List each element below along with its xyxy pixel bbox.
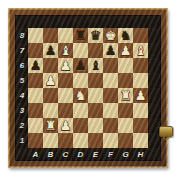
coord-band-cell xyxy=(103,16,118,28)
square-f8[interactable]: ♚ xyxy=(103,28,118,43)
square-g3[interactable] xyxy=(118,103,133,118)
square-g5[interactable] xyxy=(118,73,133,88)
coord-band-cell xyxy=(148,73,160,88)
rank-label-6: 6 xyxy=(16,58,28,73)
coord-band-cell xyxy=(148,88,160,103)
coord-band-cell xyxy=(148,103,160,118)
piece-white-knight[interactable]: ♞ xyxy=(75,88,87,103)
piece-white-pawn[interactable]: ♟ xyxy=(45,73,57,88)
square-a1[interactable] xyxy=(28,133,43,148)
square-e6[interactable]: ♝ xyxy=(88,58,103,73)
square-f7[interactable]: ♟ xyxy=(103,43,118,58)
square-b1[interactable] xyxy=(43,133,58,148)
piece-white-rook[interactable]: ♜ xyxy=(45,118,57,133)
piece-white-pawn[interactable]: ♟ xyxy=(120,43,132,58)
square-c7[interactable]: ♝ xyxy=(58,43,73,58)
piece-black-queen[interactable]: ♛ xyxy=(90,28,102,43)
square-h3[interactable] xyxy=(133,103,148,118)
square-b3[interactable] xyxy=(43,103,58,118)
piece-white-pawn[interactable]: ♟ xyxy=(60,58,72,73)
square-f2[interactable] xyxy=(103,118,118,133)
wooden-frame: 8♜♛♚♞7♟♝♟♟♝6♟♟♟♝5♟4♞♜♟32♜♟1ABCDEFGH xyxy=(8,8,168,168)
square-d5[interactable] xyxy=(73,73,88,88)
square-d8[interactable]: ♜ xyxy=(73,28,88,43)
file-label-a: A xyxy=(28,148,43,160)
rank-label-8: 8 xyxy=(16,28,28,43)
coord-band-cell xyxy=(28,16,43,28)
square-a3[interactable] xyxy=(28,103,43,118)
coord-band-cell xyxy=(148,148,160,160)
square-a5[interactable] xyxy=(28,73,43,88)
square-a8[interactable] xyxy=(28,28,43,43)
file-label-f: F xyxy=(103,148,118,160)
piece-white-bishop[interactable]: ♝ xyxy=(60,43,72,58)
file-label-d: D xyxy=(73,148,88,160)
brass-clasp-icon xyxy=(159,126,173,137)
coord-band-cell xyxy=(58,16,73,28)
square-g4[interactable]: ♜ xyxy=(118,88,133,103)
square-c8[interactable] xyxy=(58,28,73,43)
chess-board-photo: 8♜♛♚♞7♟♝♟♟♝6♟♟♟♝5♟4♞♜♟32♜♟1ABCDEFGH xyxy=(8,8,168,168)
square-e8[interactable]: ♛ xyxy=(88,28,103,43)
square-h8[interactable] xyxy=(133,28,148,43)
rank-label-3: 3 xyxy=(16,103,28,118)
square-e7[interactable] xyxy=(88,43,103,58)
piece-white-pawn[interactable]: ♟ xyxy=(135,88,147,103)
coord-band-cell xyxy=(16,148,28,160)
square-e5[interactable] xyxy=(88,73,103,88)
coord-band-cell xyxy=(16,16,28,28)
square-c2[interactable]: ♟ xyxy=(58,118,73,133)
square-d4[interactable]: ♞ xyxy=(73,88,88,103)
square-e4[interactable] xyxy=(88,88,103,103)
piece-white-pawn[interactable]: ♟ xyxy=(60,118,72,133)
square-f5[interactable] xyxy=(103,73,118,88)
rank-label-7: 7 xyxy=(16,43,28,58)
square-c1[interactable] xyxy=(58,133,73,148)
square-f3[interactable] xyxy=(103,103,118,118)
square-g7[interactable]: ♟ xyxy=(118,43,133,58)
square-h4[interactable]: ♟ xyxy=(133,88,148,103)
square-f4[interactable] xyxy=(103,88,118,103)
rank-label-5: 5 xyxy=(16,73,28,88)
square-b7[interactable]: ♟ xyxy=(43,43,58,58)
square-b6[interactable] xyxy=(43,58,58,73)
file-label-e: E xyxy=(88,148,103,160)
square-h5[interactable] xyxy=(133,73,148,88)
square-d1[interactable] xyxy=(73,133,88,148)
chess-board: 8♜♛♚♞7♟♝♟♟♝6♟♟♟♝5♟4♞♜♟32♜♟1ABCDEFGH xyxy=(16,16,160,160)
square-d6[interactable]: ♟ xyxy=(73,58,88,73)
square-e3[interactable] xyxy=(88,103,103,118)
square-h6[interactable] xyxy=(133,58,148,73)
file-label-h: H xyxy=(133,148,148,160)
square-b4[interactable] xyxy=(43,88,58,103)
square-d2[interactable] xyxy=(73,118,88,133)
coord-band-cell xyxy=(73,16,88,28)
file-label-g: G xyxy=(118,148,133,160)
piece-black-pawn[interactable]: ♟ xyxy=(30,58,42,73)
square-b2[interactable]: ♜ xyxy=(43,118,58,133)
piece-black-knight[interactable]: ♞ xyxy=(120,28,132,43)
coord-band-cell xyxy=(133,16,148,28)
piece-black-pawn[interactable]: ♟ xyxy=(75,58,87,73)
coord-band-cell xyxy=(43,16,58,28)
rank-label-1: 1 xyxy=(16,133,28,148)
rank-label-4: 4 xyxy=(16,88,28,103)
square-b8[interactable] xyxy=(43,28,58,43)
coord-band-cell xyxy=(148,43,160,58)
square-a2[interactable] xyxy=(28,118,43,133)
file-label-c: C xyxy=(58,148,73,160)
square-b5[interactable]: ♟ xyxy=(43,73,58,88)
square-g6[interactable] xyxy=(118,58,133,73)
square-c5[interactable] xyxy=(58,73,73,88)
square-c6[interactable]: ♟ xyxy=(58,58,73,73)
square-a4[interactable] xyxy=(28,88,43,103)
square-h2[interactable] xyxy=(133,118,148,133)
square-d7[interactable] xyxy=(73,43,88,58)
square-f6[interactable] xyxy=(103,58,118,73)
piece-black-pawn[interactable]: ♟ xyxy=(105,43,117,58)
square-g2[interactable] xyxy=(118,118,133,133)
square-d3[interactable] xyxy=(73,103,88,118)
piece-white-rook[interactable]: ♜ xyxy=(120,88,132,103)
square-f1[interactable] xyxy=(103,133,118,148)
square-c4[interactable] xyxy=(58,88,73,103)
coord-band-cell xyxy=(148,28,160,43)
coord-band-cell xyxy=(148,16,160,28)
coord-band-cell xyxy=(88,16,103,28)
piece-white-bishop[interactable]: ♝ xyxy=(135,43,147,58)
piece-black-rook[interactable]: ♜ xyxy=(75,28,87,43)
square-a6[interactable]: ♟ xyxy=(28,58,43,73)
coord-band-cell xyxy=(148,58,160,73)
square-h1[interactable] xyxy=(133,133,148,148)
square-g8[interactable]: ♞ xyxy=(118,28,133,43)
square-c3[interactable] xyxy=(58,103,73,118)
square-g1[interactable] xyxy=(118,133,133,148)
square-h7[interactable]: ♝ xyxy=(133,43,148,58)
piece-black-bishop[interactable]: ♝ xyxy=(90,58,102,73)
square-a7[interactable] xyxy=(28,43,43,58)
piece-white-king[interactable]: ♚ xyxy=(105,28,117,43)
file-label-b: B xyxy=(43,148,58,160)
square-e1[interactable] xyxy=(88,133,103,148)
coord-band-cell xyxy=(118,16,133,28)
square-e2[interactable] xyxy=(88,118,103,133)
clasp-ring-icon xyxy=(163,133,170,140)
rank-label-2: 2 xyxy=(16,118,28,133)
piece-black-pawn[interactable]: ♟ xyxy=(45,43,57,58)
